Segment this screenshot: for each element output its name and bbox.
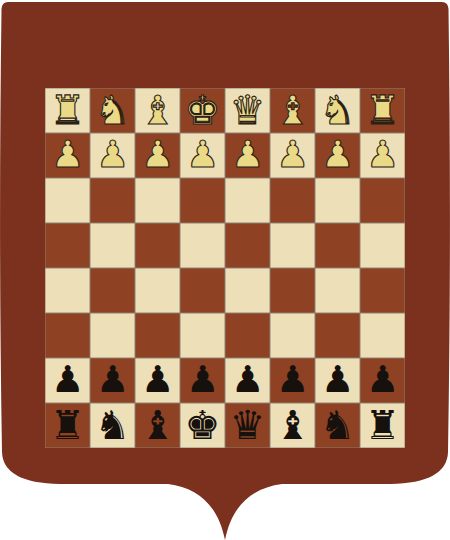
square-e8[interactable]: ♚ bbox=[180, 403, 225, 448]
square-c3[interactable] bbox=[270, 178, 315, 223]
square-e1[interactable]: ♚ bbox=[180, 88, 225, 133]
square-a5[interactable] bbox=[360, 268, 405, 313]
square-e4[interactable] bbox=[180, 223, 225, 268]
square-h6[interactable] bbox=[45, 313, 90, 358]
piece-black-P-f7[interactable]: ♟ bbox=[141, 361, 174, 398]
square-g8[interactable]: ♞ bbox=[90, 403, 135, 448]
square-h2[interactable]: ♟ bbox=[45, 133, 90, 178]
piece-black-N-b8[interactable]: ♞ bbox=[320, 405, 356, 445]
square-f4[interactable] bbox=[135, 223, 180, 268]
square-c5[interactable] bbox=[270, 268, 315, 313]
piece-black-B-c8[interactable]: ♝ bbox=[275, 405, 311, 445]
square-f8[interactable]: ♝ bbox=[135, 403, 180, 448]
square-d5[interactable] bbox=[225, 268, 270, 313]
piece-black-P-g7[interactable]: ♟ bbox=[96, 361, 129, 398]
piece-white-P-e2[interactable]: ♟ bbox=[186, 136, 219, 173]
square-a6[interactable] bbox=[360, 313, 405, 358]
square-b7[interactable]: ♟ bbox=[315, 358, 360, 403]
piece-white-K-e1[interactable]: ♚ bbox=[185, 90, 221, 130]
square-d8[interactable]: ♛ bbox=[225, 403, 270, 448]
piece-black-B-f8[interactable]: ♝ bbox=[140, 405, 176, 445]
square-b8[interactable]: ♞ bbox=[315, 403, 360, 448]
square-d4[interactable] bbox=[225, 223, 270, 268]
square-d1[interactable]: ♛ bbox=[225, 88, 270, 133]
piece-white-B-f1[interactable]: ♝ bbox=[140, 90, 176, 130]
piece-black-P-c7[interactable]: ♟ bbox=[276, 361, 309, 398]
square-d7[interactable]: ♟ bbox=[225, 358, 270, 403]
square-b5[interactable] bbox=[315, 268, 360, 313]
square-f7[interactable]: ♟ bbox=[135, 358, 180, 403]
square-f5[interactable] bbox=[135, 268, 180, 313]
square-g6[interactable] bbox=[90, 313, 135, 358]
square-g2[interactable]: ♟ bbox=[90, 133, 135, 178]
square-h7[interactable]: ♟ bbox=[45, 358, 90, 403]
square-h5[interactable] bbox=[45, 268, 90, 313]
square-c7[interactable]: ♟ bbox=[270, 358, 315, 403]
piece-white-B-c1[interactable]: ♝ bbox=[275, 90, 311, 130]
piece-black-R-a8[interactable]: ♜ bbox=[365, 405, 401, 445]
square-e2[interactable]: ♟ bbox=[180, 133, 225, 178]
piece-black-P-d7[interactable]: ♟ bbox=[231, 361, 264, 398]
square-g3[interactable] bbox=[90, 178, 135, 223]
square-d2[interactable]: ♟ bbox=[225, 133, 270, 178]
square-e3[interactable] bbox=[180, 178, 225, 223]
coat-of-arms: ♜♞♝♚♛♝♞♜♟♟♟♟♟♟♟♟♟♟♟♟♟♟♟♟♜♞♝♚♛♝♞♜ bbox=[0, 0, 450, 540]
piece-white-P-g2[interactable]: ♟ bbox=[96, 136, 129, 173]
square-g5[interactable] bbox=[90, 268, 135, 313]
piece-black-Q-d8[interactable]: ♛ bbox=[230, 405, 266, 445]
square-b4[interactable] bbox=[315, 223, 360, 268]
square-a4[interactable] bbox=[360, 223, 405, 268]
piece-white-P-f2[interactable]: ♟ bbox=[141, 136, 174, 173]
square-a1[interactable]: ♜ bbox=[360, 88, 405, 133]
square-h8[interactable]: ♜ bbox=[45, 403, 90, 448]
square-g7[interactable]: ♟ bbox=[90, 358, 135, 403]
square-b6[interactable] bbox=[315, 313, 360, 358]
piece-white-P-a2[interactable]: ♟ bbox=[366, 136, 399, 173]
piece-white-N-g1[interactable]: ♞ bbox=[95, 90, 131, 130]
piece-black-N-g8[interactable]: ♞ bbox=[95, 405, 131, 445]
piece-white-Q-d1[interactable]: ♛ bbox=[230, 90, 266, 130]
square-b3[interactable] bbox=[315, 178, 360, 223]
square-e5[interactable] bbox=[180, 268, 225, 313]
square-f1[interactable]: ♝ bbox=[135, 88, 180, 133]
piece-black-R-h8[interactable]: ♜ bbox=[50, 405, 86, 445]
piece-white-P-c2[interactable]: ♟ bbox=[276, 136, 309, 173]
square-a7[interactable]: ♟ bbox=[360, 358, 405, 403]
piece-black-P-h7[interactable]: ♟ bbox=[51, 361, 84, 398]
square-e6[interactable] bbox=[180, 313, 225, 358]
square-c1[interactable]: ♝ bbox=[270, 88, 315, 133]
piece-white-R-a1[interactable]: ♜ bbox=[365, 90, 401, 130]
square-h3[interactable] bbox=[45, 178, 90, 223]
square-a3[interactable] bbox=[360, 178, 405, 223]
piece-white-P-b2[interactable]: ♟ bbox=[321, 136, 354, 173]
square-c6[interactable] bbox=[270, 313, 315, 358]
piece-white-P-h2[interactable]: ♟ bbox=[51, 136, 84, 173]
square-h4[interactable] bbox=[45, 223, 90, 268]
piece-white-R-h1[interactable]: ♜ bbox=[50, 90, 86, 130]
square-g1[interactable]: ♞ bbox=[90, 88, 135, 133]
square-f6[interactable] bbox=[135, 313, 180, 358]
piece-black-P-b7[interactable]: ♟ bbox=[321, 361, 354, 398]
piece-black-K-e8[interactable]: ♚ bbox=[185, 405, 221, 445]
square-d3[interactable] bbox=[225, 178, 270, 223]
piece-black-P-a7[interactable]: ♟ bbox=[366, 361, 399, 398]
square-c2[interactable]: ♟ bbox=[270, 133, 315, 178]
square-b2[interactable]: ♟ bbox=[315, 133, 360, 178]
square-f3[interactable] bbox=[135, 178, 180, 223]
square-a2[interactable]: ♟ bbox=[360, 133, 405, 178]
square-c4[interactable] bbox=[270, 223, 315, 268]
square-f2[interactable]: ♟ bbox=[135, 133, 180, 178]
piece-white-P-d2[interactable]: ♟ bbox=[231, 136, 264, 173]
square-e7[interactable]: ♟ bbox=[180, 358, 225, 403]
chess-board: ♜♞♝♚♛♝♞♜♟♟♟♟♟♟♟♟♟♟♟♟♟♟♟♟♜♞♝♚♛♝♞♜ bbox=[45, 88, 405, 448]
square-h1[interactable]: ♜ bbox=[45, 88, 90, 133]
square-b1[interactable]: ♞ bbox=[315, 88, 360, 133]
square-c8[interactable]: ♝ bbox=[270, 403, 315, 448]
piece-black-P-e7[interactable]: ♟ bbox=[186, 361, 219, 398]
square-d6[interactable] bbox=[225, 313, 270, 358]
square-a8[interactable]: ♜ bbox=[360, 403, 405, 448]
piece-white-N-b1[interactable]: ♞ bbox=[320, 90, 356, 130]
square-g4[interactable] bbox=[90, 223, 135, 268]
